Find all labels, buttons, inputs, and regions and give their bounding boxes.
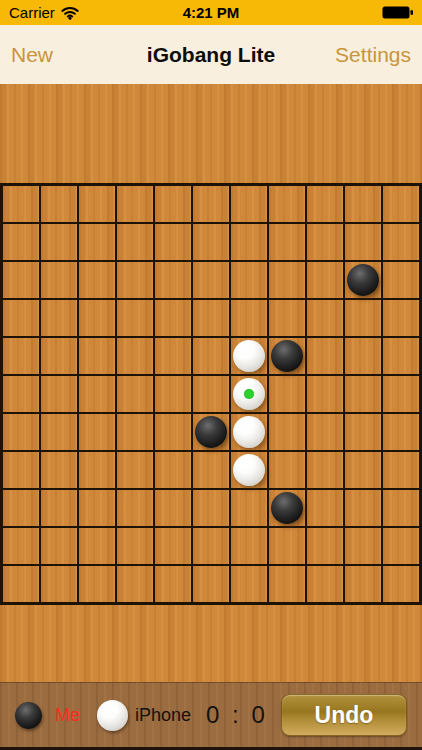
- board-cell[interactable]: [345, 490, 381, 526]
- board-cell[interactable]: [3, 452, 39, 488]
- board-cell[interactable]: [269, 452, 305, 488]
- board: [0, 183, 422, 605]
- board-cell[interactable]: [117, 262, 153, 298]
- board-cell[interactable]: [41, 414, 77, 450]
- board-cell[interactable]: [307, 186, 343, 222]
- board-cell[interactable]: [41, 566, 77, 602]
- me-label: Me: [55, 705, 80, 726]
- board-cell[interactable]: [269, 528, 305, 564]
- board-cell[interactable]: [117, 414, 153, 450]
- app-screen: Carrier 4:21 PM New iGobang Lite Setting…: [0, 0, 422, 750]
- board-cell[interactable]: [383, 566, 419, 602]
- board-cell[interactable]: [193, 338, 229, 374]
- board-cell[interactable]: [269, 490, 305, 526]
- board-cell[interactable]: [3, 528, 39, 564]
- board-cell[interactable]: [41, 490, 77, 526]
- board-cell[interactable]: [345, 186, 381, 222]
- board-cell[interactable]: [3, 300, 39, 336]
- board-cell[interactable]: [41, 376, 77, 412]
- black-stone: [347, 264, 379, 296]
- white-stone-icon: [97, 700, 128, 731]
- board-cell[interactable]: [41, 338, 77, 374]
- board-cell[interactable]: [3, 490, 39, 526]
- board-cell[interactable]: [79, 452, 115, 488]
- board-cell[interactable]: [79, 300, 115, 336]
- wood-background: [0, 84, 422, 682]
- board-cell[interactable]: [231, 186, 267, 222]
- board-cell[interactable]: [193, 224, 229, 260]
- board-cell[interactable]: [269, 262, 305, 298]
- board-cell[interactable]: [79, 338, 115, 374]
- wifi-icon: [61, 5, 79, 20]
- board-cell[interactable]: [307, 262, 343, 298]
- white-stone: [233, 416, 265, 448]
- board-cell[interactable]: [193, 262, 229, 298]
- board-cell[interactable]: [345, 566, 381, 602]
- board-cell[interactable]: [345, 452, 381, 488]
- board-cell[interactable]: [231, 338, 267, 374]
- board-cell[interactable]: [193, 186, 229, 222]
- board-cell[interactable]: [307, 452, 343, 488]
- carrier-label: Carrier: [9, 4, 55, 21]
- board-cell[interactable]: [307, 224, 343, 260]
- board-cell[interactable]: [117, 300, 153, 336]
- last-move-marker: [244, 389, 254, 399]
- board-cell[interactable]: [193, 566, 229, 602]
- board-cell[interactable]: [231, 566, 267, 602]
- board-cell[interactable]: [193, 490, 229, 526]
- board-cell[interactable]: [231, 224, 267, 260]
- board-cell[interactable]: [117, 528, 153, 564]
- board-cell[interactable]: [117, 224, 153, 260]
- board-cell[interactable]: [345, 376, 381, 412]
- black-stone: [195, 416, 227, 448]
- board-cell[interactable]: [117, 376, 153, 412]
- board-cell[interactable]: [345, 224, 381, 260]
- board-cell[interactable]: [117, 566, 153, 602]
- board-cell[interactable]: [117, 338, 153, 374]
- white-stone: [233, 340, 265, 372]
- board-cell[interactable]: [193, 300, 229, 336]
- board-cell[interactable]: [41, 186, 77, 222]
- board-cell[interactable]: [269, 566, 305, 602]
- board-cell[interactable]: [383, 452, 419, 488]
- board-cell[interactable]: [383, 528, 419, 564]
- board-cell[interactable]: [383, 338, 419, 374]
- board-cell[interactable]: [155, 338, 191, 374]
- board-cell[interactable]: [345, 300, 381, 336]
- board-cell[interactable]: [345, 338, 381, 374]
- board-cell[interactable]: [79, 528, 115, 564]
- board-cell[interactable]: [155, 490, 191, 526]
- board-cell[interactable]: [231, 490, 267, 526]
- board-cell[interactable]: [41, 452, 77, 488]
- board-cell[interactable]: [79, 490, 115, 526]
- board-cell[interactable]: [41, 224, 77, 260]
- board-cell[interactable]: [383, 300, 419, 336]
- status-bar: Carrier 4:21 PM: [0, 0, 422, 25]
- white-stone: [233, 378, 265, 410]
- board-cell[interactable]: [3, 338, 39, 374]
- battery-icon: [382, 6, 413, 19]
- board-cell[interactable]: [117, 452, 153, 488]
- black-stone: [271, 340, 303, 372]
- board-cell[interactable]: [231, 528, 267, 564]
- white-stone: [233, 454, 265, 486]
- board-cell[interactable]: [155, 376, 191, 412]
- board-cell[interactable]: [193, 376, 229, 412]
- board-cell[interactable]: [231, 300, 267, 336]
- board-cell[interactable]: [79, 566, 115, 602]
- score-value: 0 : 0: [206, 701, 268, 729]
- board-cell[interactable]: [193, 414, 229, 450]
- board-cell[interactable]: [307, 300, 343, 336]
- board-cell[interactable]: [307, 528, 343, 564]
- board-cell[interactable]: [193, 528, 229, 564]
- board-cell[interactable]: [155, 224, 191, 260]
- board-cell[interactable]: [307, 490, 343, 526]
- board-cell[interactable]: [307, 376, 343, 412]
- board-cell[interactable]: [231, 452, 267, 488]
- board-cell[interactable]: [345, 414, 381, 450]
- board-cell[interactable]: [79, 414, 115, 450]
- board-cell[interactable]: [269, 186, 305, 222]
- score-bar: Me iPhone 0 : 0 Undo: [0, 682, 422, 747]
- board-cell[interactable]: [79, 376, 115, 412]
- board-cell[interactable]: [79, 186, 115, 222]
- board-cell[interactable]: [3, 186, 39, 222]
- board-cell[interactable]: [155, 262, 191, 298]
- board-cell[interactable]: [231, 414, 267, 450]
- board-cell[interactable]: [79, 224, 115, 260]
- board-cell[interactable]: [3, 262, 39, 298]
- board-cell[interactable]: [155, 414, 191, 450]
- board-cell[interactable]: [41, 528, 77, 564]
- board-cell[interactable]: [41, 300, 77, 336]
- board-cell[interactable]: [155, 528, 191, 564]
- board-cell[interactable]: [117, 490, 153, 526]
- board-cell[interactable]: [231, 262, 267, 298]
- board-cell[interactable]: [269, 224, 305, 260]
- board-cell[interactable]: [155, 566, 191, 602]
- board-cell[interactable]: [383, 224, 419, 260]
- board-cell[interactable]: [3, 376, 39, 412]
- board-cell[interactable]: [41, 262, 77, 298]
- board-cell[interactable]: [155, 186, 191, 222]
- board-cell[interactable]: [269, 338, 305, 374]
- board-cell[interactable]: [269, 414, 305, 450]
- board-cell[interactable]: [383, 490, 419, 526]
- board-cell[interactable]: [383, 376, 419, 412]
- board-cell[interactable]: [307, 566, 343, 602]
- board-cell[interactable]: [3, 414, 39, 450]
- board-cell[interactable]: [307, 414, 343, 450]
- board-cell[interactable]: [345, 262, 381, 298]
- board-cell[interactable]: [155, 452, 191, 488]
- new-game-button[interactable]: New: [11, 39, 53, 71]
- board-cell[interactable]: [307, 338, 343, 374]
- settings-button[interactable]: Settings: [335, 39, 411, 71]
- board-cell[interactable]: [383, 186, 419, 222]
- board-cell[interactable]: [79, 262, 115, 298]
- nav-bar: New iGobang Lite Settings: [0, 25, 422, 84]
- undo-button[interactable]: Undo: [281, 694, 407, 736]
- board-cell[interactable]: [269, 376, 305, 412]
- board-cell[interactable]: [117, 186, 153, 222]
- black-stone-icon: [15, 702, 42, 729]
- board-cell[interactable]: [383, 414, 419, 450]
- opponent-label: iPhone: [135, 705, 191, 726]
- board-cell[interactable]: [231, 376, 267, 412]
- board-cell[interactable]: [3, 566, 39, 602]
- board-cell[interactable]: [3, 224, 39, 260]
- board-cell[interactable]: [269, 300, 305, 336]
- board-cell[interactable]: [155, 300, 191, 336]
- black-stone: [271, 492, 303, 524]
- board-cell[interactable]: [383, 262, 419, 298]
- board-cell[interactable]: [193, 452, 229, 488]
- board-cell[interactable]: [345, 528, 381, 564]
